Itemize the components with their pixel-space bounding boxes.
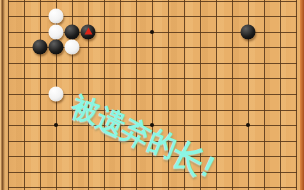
star-point-Q10 [246, 123, 250, 127]
last-move-triangle-icon [84, 28, 92, 35]
grid-line-horizontal [8, 172, 296, 173]
black-stone-D15[interactable] [49, 40, 64, 55]
grid-line-horizontal [8, 187, 296, 188]
grid-line-vertical [120, 0, 121, 190]
grid-line-vertical [280, 0, 281, 190]
star-point-K16 [150, 30, 154, 34]
grid-line-horizontal [8, 78, 296, 79]
black-stone-E16[interactable] [65, 24, 80, 39]
white-stone-E15[interactable] [65, 40, 80, 55]
star-point-D10 [54, 123, 58, 127]
grid-line-vertical [136, 0, 137, 190]
black-stone-Q16[interactable] [240, 24, 255, 39]
grid-line-horizontal [8, 63, 296, 64]
white-stone-D12[interactable] [49, 87, 64, 102]
grid-line-vertical [8, 0, 9, 190]
white-stone-D16[interactable] [49, 24, 64, 39]
grid-line-vertical [24, 0, 25, 190]
go-board[interactable]: 被遗弃的长! [0, 0, 304, 190]
black-stone-C15[interactable] [33, 40, 48, 55]
board-left-edge [0, 0, 5, 190]
grid-line-vertical [40, 0, 41, 190]
board-right-edge [300, 0, 304, 190]
grid-line-horizontal [8, 1, 296, 2]
grid-line-vertical [152, 0, 153, 190]
grid-line-vertical [104, 0, 105, 190]
grid-line-vertical [296, 0, 297, 190]
grid-line-vertical [232, 0, 233, 190]
white-stone-D17[interactable] [49, 9, 64, 24]
grid-line-horizontal [8, 110, 296, 111]
grid-line-vertical [264, 0, 265, 190]
black-stone-F16[interactable] [81, 24, 96, 39]
